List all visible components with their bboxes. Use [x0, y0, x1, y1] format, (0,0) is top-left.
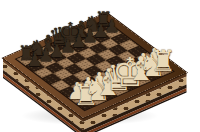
chess-set-photo: ♜♞♝♛♚♝♞♜♟♟♟♟♟♟♟♟♟♟♟♟♟♟♟♟♜♞♝♛♚♝♞♜ [0, 0, 200, 132]
